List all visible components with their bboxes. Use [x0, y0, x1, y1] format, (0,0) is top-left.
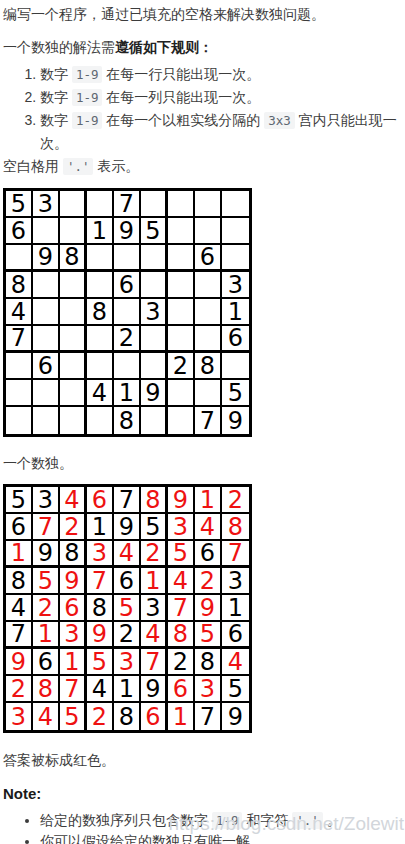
- sudoku-cell-r2c2: [33, 218, 60, 245]
- sudoku-cell-r8c5: 1: [114, 380, 141, 407]
- sudoku-cell-r3c2: 9: [33, 245, 60, 272]
- sudoku-cell-r5c2: [33, 299, 60, 326]
- sudoku-cell-r5c6: 3: [141, 595, 168, 622]
- sudoku-cell-r6c8: 5: [195, 622, 222, 649]
- sudoku-cell-r9c5: 8: [114, 407, 141, 434]
- sudoku-cell-r2c2: 7: [33, 514, 60, 541]
- inline-code: '.': [63, 158, 94, 175]
- sudoku-cell-r1c1: 5: [6, 191, 33, 218]
- note-item-unique-solution: 你可以假设给定的数独只有唯一解。: [40, 831, 405, 844]
- sudoku-cell-r9c9: 9: [222, 703, 249, 730]
- sudoku-cell-r5c8: [195, 299, 222, 326]
- sudoku-cell-r6c5: 2: [114, 622, 141, 649]
- sudoku-cell-r7c4: 5: [87, 649, 114, 676]
- sudoku-cell-r6c9: 6: [222, 326, 249, 353]
- sudoku-cell-r9c8: 7: [195, 407, 222, 434]
- sudoku-cell-r6c7: [168, 326, 195, 353]
- sudoku-cell-r8c6: 9: [141, 380, 168, 407]
- sudoku-cell-r7c8: 8: [195, 353, 222, 380]
- rules-lead: 一个数独的解法需遵循如下规则：: [3, 37, 405, 58]
- sudoku-cell-r8c1: [6, 380, 33, 407]
- sudoku-cell-r7c3: 1: [60, 649, 87, 676]
- sudoku-cell-r8c2: [33, 380, 60, 407]
- sudoku-cell-r6c2: 1: [33, 622, 60, 649]
- sudoku-cell-r6c5: 2: [114, 326, 141, 353]
- sudoku-cell-r6c1: 7: [6, 622, 33, 649]
- sudoku-cell-r1c8: 1: [195, 487, 222, 514]
- sudoku-cell-r1c4: [87, 191, 114, 218]
- sudoku-cell-r1c6: 8: [141, 487, 168, 514]
- sudoku-cell-r7c2: 6: [33, 353, 60, 380]
- notes-list: 给定的数独序列只包含数字 1-9 和字符 '.' 。 你可以假设给定的数独只有唯…: [3, 810, 405, 844]
- sudoku-cell-r2c6: 5: [141, 218, 168, 245]
- sudoku-cell-r7c4: [87, 353, 114, 380]
- rules-list: 数字 1-9 在每一行只能出现一次。 数字 1-9 在每一列只能出现一次。 数字…: [3, 63, 405, 154]
- sudoku-cell-r2c3: 2: [60, 514, 87, 541]
- sudoku-cell-r3c4: [87, 245, 114, 272]
- sudoku-cell-r7c7: 2: [168, 353, 195, 380]
- sudoku-cell-r8c9: 5: [222, 676, 249, 703]
- sudoku-cell-r2c1: 6: [6, 514, 33, 541]
- sudoku-cell-r1c6: [141, 191, 168, 218]
- sudoku-cell-r9c4: [87, 407, 114, 434]
- sudoku-cell-r2c9: 8: [222, 514, 249, 541]
- sudoku-cell-r1c7: [168, 191, 195, 218]
- note-item-charset: 给定的数独序列只包含数字 1-9 和字符 '.' 。: [40, 810, 405, 831]
- sudoku-cell-r4c8: 2: [195, 568, 222, 595]
- sudoku-cell-r9c3: 5: [60, 703, 87, 730]
- sudoku-cell-r5c9: 1: [222, 299, 249, 326]
- sudoku-cell-r8c1: 2: [6, 676, 33, 703]
- sudoku-cell-r4c1: 8: [6, 568, 33, 595]
- sudoku-cell-r3c5: [114, 245, 141, 272]
- sudoku-cell-r6c9: 6: [222, 622, 249, 649]
- sudoku-cell-r3c4: 3: [87, 541, 114, 568]
- inline-code: 3x3: [264, 112, 295, 129]
- sudoku-cell-r9c3: [60, 407, 87, 434]
- sudoku-cell-r4c4: [87, 272, 114, 299]
- inline-code: '.': [292, 812, 323, 829]
- sudoku-cell-r7c6: 7: [141, 649, 168, 676]
- sudoku-cell-r6c6: 4: [141, 622, 168, 649]
- sudoku-cell-r9c2: [33, 407, 60, 434]
- sudoku-cell-r2c4: 1: [87, 514, 114, 541]
- sudoku-cell-r7c7: 2: [168, 649, 195, 676]
- sudoku-cell-r2c7: 3: [168, 514, 195, 541]
- sudoku-cell-r9c7: 1: [168, 703, 195, 730]
- sudoku-cell-r9c1: [6, 407, 33, 434]
- sudoku-cell-r8c8: 3: [195, 676, 222, 703]
- sudoku-cell-r1c9: [222, 191, 249, 218]
- sudoku-cell-r6c4: [87, 326, 114, 353]
- sudoku-cell-r4c1: 8: [6, 272, 33, 299]
- sudoku-cell-r5c7: [168, 299, 195, 326]
- sudoku-cell-r7c9: [222, 353, 249, 380]
- sudoku-cell-r7c8: 8: [195, 649, 222, 676]
- sudoku-cell-r8c4: 4: [87, 676, 114, 703]
- sudoku-cell-r3c1: 1: [6, 541, 33, 568]
- sudoku-cell-r5c3: 6: [60, 595, 87, 622]
- sudoku-cell-r5c7: 7: [168, 595, 195, 622]
- puzzle-caption: 一个数独。: [3, 453, 405, 474]
- sudoku-cell-r8c7: 6: [168, 676, 195, 703]
- sudoku-cell-r3c3: 8: [60, 541, 87, 568]
- sudoku-cell-r3c1: [6, 245, 33, 272]
- sudoku-cell-r7c2: 6: [33, 649, 60, 676]
- sudoku-cell-r7c5: [114, 353, 141, 380]
- sudoku-cell-r9c9: 9: [222, 407, 249, 434]
- sudoku-cell-r3c6: 2: [141, 541, 168, 568]
- solution-caption: 答案被标成红色。: [3, 750, 405, 771]
- sudoku-cell-r5c2: 2: [33, 595, 60, 622]
- sudoku-cell-r1c3: [60, 191, 87, 218]
- sudoku-cell-r1c1: 5: [6, 487, 33, 514]
- sudoku-cell-r2c4: 1: [87, 218, 114, 245]
- sudoku-cell-r6c8: [195, 326, 222, 353]
- sudoku-cell-r4c7: [168, 272, 195, 299]
- sudoku-cell-r9c7: [168, 407, 195, 434]
- sudoku-cell-r8c4: 4: [87, 380, 114, 407]
- sudoku-cell-r4c3: [60, 272, 87, 299]
- sudoku-cell-r3c8: 6: [195, 541, 222, 568]
- sudoku-cell-r6c1: 7: [6, 326, 33, 353]
- sudoku-cell-r2c5: 9: [114, 218, 141, 245]
- sudoku-cell-r8c8: [195, 380, 222, 407]
- sudoku-cell-r7c1: [6, 353, 33, 380]
- sudoku-cell-r4c3: 9: [60, 568, 87, 595]
- sudoku-cell-r9c2: 4: [33, 703, 60, 730]
- sudoku-cell-r2c7: [168, 218, 195, 245]
- sudoku-cell-r5c4: 8: [87, 299, 114, 326]
- sudoku-cell-r8c5: 1: [114, 676, 141, 703]
- sudoku-cell-r8c3: 7: [60, 676, 87, 703]
- sudoku-cell-r1c5: 7: [114, 191, 141, 218]
- rules-lead-normal: 一个数独的解法需: [3, 39, 115, 55]
- inline-code: 1-9: [72, 89, 103, 106]
- sudoku-cell-r5c1: 4: [6, 595, 33, 622]
- sudoku-cell-r9c8: 7: [195, 703, 222, 730]
- rules-lead-bold: 遵循如下规则：: [115, 39, 213, 55]
- intro-text: 编写一个程序，通过已填充的空格来解决数独问题。: [3, 4, 405, 25]
- sudoku-cell-r7c5: 3: [114, 649, 141, 676]
- sudoku-cell-r4c4: 7: [87, 568, 114, 595]
- sudoku-cell-r6c7: 8: [168, 622, 195, 649]
- sudoku-cell-r4c6: [141, 272, 168, 299]
- sudoku-cell-r4c8: [195, 272, 222, 299]
- sudoku-cell-r3c7: [168, 245, 195, 272]
- sudoku-cell-r5c5: [114, 299, 141, 326]
- sudoku-cell-r3c8: 6: [195, 245, 222, 272]
- sudoku-cell-r1c2: 3: [33, 487, 60, 514]
- blank-cell-note: 空白格用 '.' 表示。: [3, 156, 405, 177]
- sudoku-cell-r9c4: 2: [87, 703, 114, 730]
- sudoku-cell-r9c5: 8: [114, 703, 141, 730]
- sudoku-cell-r5c4: 8: [87, 595, 114, 622]
- sudoku-puzzle-board: 537619598686348317266284195879: [3, 188, 252, 437]
- sudoku-cell-r1c3: 4: [60, 487, 87, 514]
- sudoku-cell-r3c6: [141, 245, 168, 272]
- sudoku-cell-r2c5: 9: [114, 514, 141, 541]
- sudoku-cell-r7c3: [60, 353, 87, 380]
- sudoku-cell-r6c3: 3: [60, 622, 87, 649]
- sudoku-cell-r1c8: [195, 191, 222, 218]
- sudoku-cell-r9c1: 3: [6, 703, 33, 730]
- sudoku-cell-r5c1: 4: [6, 299, 33, 326]
- sudoku-cell-r8c6: 9: [141, 676, 168, 703]
- sudoku-cell-r1c5: 7: [114, 487, 141, 514]
- sudoku-cell-r4c5: 6: [114, 568, 141, 595]
- sudoku-cell-r2c8: 4: [195, 514, 222, 541]
- note-label: Note:: [3, 783, 405, 804]
- sudoku-cell-r5c8: 9: [195, 595, 222, 622]
- sudoku-cell-r6c3: [60, 326, 87, 353]
- sudoku-cell-r1c4: 6: [87, 487, 114, 514]
- sudoku-cell-r8c3: [60, 380, 87, 407]
- rule-item-row: 数字 1-9 在每一行只能出现一次。: [40, 63, 405, 86]
- rule-item-box: 数字 1-9 在每一个以粗实线分隔的 3x3 宫内只能出现一次。: [40, 109, 405, 154]
- sudoku-cell-r3c9: [222, 245, 249, 272]
- sudoku-cell-r4c9: 3: [222, 272, 249, 299]
- sudoku-cell-r9c6: [141, 407, 168, 434]
- sudoku-cell-r8c9: 5: [222, 380, 249, 407]
- sudoku-cell-r2c1: 6: [6, 218, 33, 245]
- sudoku-cell-r1c9: 2: [222, 487, 249, 514]
- sudoku-cell-r4c2: 5: [33, 568, 60, 595]
- sudoku-solution-board: 5346789126721953481983425678597614234268…: [3, 484, 252, 733]
- sudoku-cell-r3c3: 8: [60, 245, 87, 272]
- inline-code: 1-9: [72, 112, 103, 129]
- sudoku-cell-r2c3: [60, 218, 87, 245]
- sudoku-cell-r2c9: [222, 218, 249, 245]
- sudoku-cell-r4c5: 6: [114, 272, 141, 299]
- sudoku-cell-r3c2: 9: [33, 541, 60, 568]
- sudoku-cell-r9c6: 6: [141, 703, 168, 730]
- sudoku-cell-r8c2: 8: [33, 676, 60, 703]
- sudoku-cell-r7c9: 4: [222, 649, 249, 676]
- sudoku-cell-r5c5: 5: [114, 595, 141, 622]
- sudoku-cell-r6c2: [33, 326, 60, 353]
- sudoku-cell-r2c6: 5: [141, 514, 168, 541]
- sudoku-cell-r3c9: 7: [222, 541, 249, 568]
- sudoku-cell-r4c7: 4: [168, 568, 195, 595]
- sudoku-cell-r3c5: 4: [114, 541, 141, 568]
- sudoku-cell-r6c6: [141, 326, 168, 353]
- rule-item-column: 数字 1-9 在每一列只能出现一次。: [40, 86, 405, 109]
- sudoku-cell-r2c8: [195, 218, 222, 245]
- sudoku-cell-r1c2: 3: [33, 191, 60, 218]
- sudoku-cell-r5c3: [60, 299, 87, 326]
- inline-code: 1-9: [72, 66, 103, 83]
- sudoku-cell-r5c6: 3: [141, 299, 168, 326]
- sudoku-cell-r7c6: [141, 353, 168, 380]
- sudoku-cell-r4c6: 1: [141, 568, 168, 595]
- sudoku-cell-r3c7: 5: [168, 541, 195, 568]
- inline-code: 1-9: [212, 812, 243, 829]
- sudoku-cell-r8c7: [168, 380, 195, 407]
- sudoku-cell-r1c7: 9: [168, 487, 195, 514]
- sudoku-cell-r6c4: 9: [87, 622, 114, 649]
- sudoku-cell-r7c1: 9: [6, 649, 33, 676]
- sudoku-cell-r4c2: [33, 272, 60, 299]
- sudoku-cell-r5c9: 1: [222, 595, 249, 622]
- sudoku-cell-r4c9: 3: [222, 568, 249, 595]
